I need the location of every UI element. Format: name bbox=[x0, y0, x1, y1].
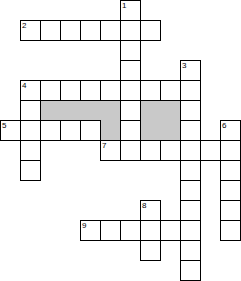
clue-number: 9 bbox=[82, 221, 86, 230]
page: 123456789 bbox=[0, 0, 241, 281]
answer-cell[interactable] bbox=[120, 40, 141, 61]
crossword-board: 123456789 bbox=[0, 0, 241, 281]
answer-cell[interactable]: 6 bbox=[220, 120, 241, 141]
answer-cell[interactable] bbox=[180, 200, 201, 221]
answer-cell[interactable] bbox=[120, 20, 141, 41]
clue-number: 2 bbox=[22, 21, 26, 30]
answer-cell[interactable] bbox=[220, 140, 241, 161]
answer-cell[interactable] bbox=[220, 160, 241, 181]
answer-cell[interactable] bbox=[180, 120, 201, 141]
answer-cell[interactable] bbox=[40, 120, 61, 141]
answer-cell[interactable] bbox=[180, 240, 201, 261]
answer-cell[interactable] bbox=[100, 220, 121, 241]
answer-cell[interactable] bbox=[180, 140, 201, 161]
answer-cell[interactable] bbox=[140, 80, 161, 101]
answer-cell[interactable] bbox=[80, 120, 101, 141]
answer-cell[interactable] bbox=[160, 140, 181, 161]
answer-cell[interactable] bbox=[20, 100, 41, 121]
shaded-cell bbox=[100, 120, 121, 141]
answer-cell[interactable]: 1 bbox=[120, 0, 141, 21]
clue-number: 6 bbox=[222, 121, 226, 130]
answer-cell[interactable]: 9 bbox=[80, 220, 101, 241]
clue-number: 1 bbox=[122, 1, 126, 10]
answer-cell[interactable]: 3 bbox=[180, 60, 201, 81]
answer-cell[interactable] bbox=[220, 180, 241, 201]
answer-cell[interactable] bbox=[180, 260, 201, 281]
answer-cell[interactable]: 4 bbox=[20, 80, 41, 101]
answer-cell[interactable] bbox=[120, 100, 141, 121]
answer-cell[interactable] bbox=[140, 140, 161, 161]
answer-cell[interactable] bbox=[120, 140, 141, 161]
clue-number: 8 bbox=[142, 201, 146, 210]
answer-cell[interactable] bbox=[120, 120, 141, 141]
answer-cell[interactable] bbox=[180, 100, 201, 121]
answer-cell[interactable] bbox=[60, 20, 81, 41]
answer-cell[interactable] bbox=[120, 80, 141, 101]
answer-cell[interactable] bbox=[140, 20, 161, 41]
answer-cell[interactable] bbox=[100, 80, 121, 101]
answer-cell[interactable] bbox=[200, 140, 221, 161]
answer-cell[interactable] bbox=[140, 240, 161, 261]
answer-cell[interactable] bbox=[80, 20, 101, 41]
answer-cell[interactable] bbox=[220, 220, 241, 241]
answer-cell[interactable] bbox=[60, 120, 81, 141]
shaded-cell bbox=[140, 100, 161, 121]
answer-cell[interactable] bbox=[80, 80, 101, 101]
answer-cell[interactable] bbox=[180, 80, 201, 101]
answer-cell[interactable] bbox=[100, 20, 121, 41]
answer-cell[interactable]: 7 bbox=[100, 140, 121, 161]
clue-number: 7 bbox=[102, 141, 106, 150]
answer-cell[interactable] bbox=[60, 80, 81, 101]
answer-cell[interactable] bbox=[180, 180, 201, 201]
shaded-cell bbox=[100, 100, 121, 121]
answer-cell[interactable] bbox=[20, 160, 41, 181]
clue-number: 3 bbox=[182, 61, 186, 70]
shaded-cell bbox=[60, 100, 81, 121]
answer-cell[interactable] bbox=[40, 20, 61, 41]
answer-cell[interactable] bbox=[220, 200, 241, 221]
clue-number: 4 bbox=[22, 81, 26, 90]
answer-cell[interactable]: 2 bbox=[20, 20, 41, 41]
shaded-cell bbox=[140, 120, 161, 141]
shaded-cell bbox=[80, 100, 101, 121]
answer-cell[interactable] bbox=[160, 220, 181, 241]
shaded-cell bbox=[40, 100, 61, 121]
answer-cell[interactable] bbox=[20, 120, 41, 141]
answer-cell[interactable] bbox=[160, 80, 181, 101]
shaded-cell bbox=[160, 100, 181, 121]
clue-number: 5 bbox=[2, 121, 6, 130]
answer-cell[interactable] bbox=[120, 220, 141, 241]
answer-cell[interactable] bbox=[120, 60, 141, 81]
answer-cell[interactable]: 8 bbox=[140, 200, 161, 221]
answer-cell[interactable] bbox=[180, 220, 201, 241]
answer-cell[interactable] bbox=[20, 140, 41, 161]
shaded-cell bbox=[160, 120, 181, 141]
answer-cell[interactable] bbox=[40, 80, 61, 101]
answer-cell[interactable] bbox=[140, 220, 161, 241]
answer-cell[interactable]: 5 bbox=[0, 120, 21, 141]
answer-cell[interactable] bbox=[180, 160, 201, 181]
